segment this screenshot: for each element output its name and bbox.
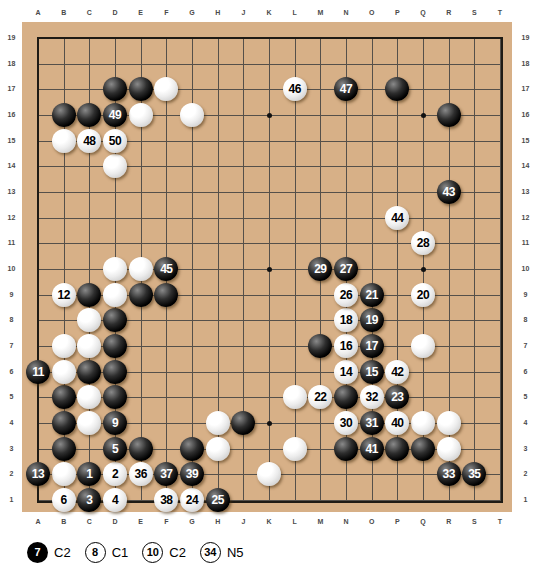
row-label-right: 5: [517, 392, 534, 402]
column-label-top: C: [79, 8, 99, 18]
column-label-top: K: [259, 8, 279, 18]
stone-black-G3: [180, 437, 204, 461]
stone-black-O7: 17: [360, 334, 384, 358]
column-label-top: A: [28, 8, 48, 18]
row-label-left: 1: [3, 495, 20, 505]
stone-black-F9: [154, 283, 178, 307]
column-label-top: D: [105, 8, 125, 18]
column-label-top: H: [208, 8, 228, 18]
row-label-left: 8: [3, 315, 20, 325]
legend-stone-white-34: 34: [200, 542, 221, 563]
row-label-right: 8: [517, 315, 534, 325]
row-label-left: 13: [3, 187, 20, 197]
row-label-right: 14: [517, 161, 534, 171]
column-label-bottom: B: [54, 517, 74, 527]
row-label-left: 16: [3, 110, 20, 120]
row-label-left: 11: [3, 238, 20, 248]
stone-black-B4: [52, 411, 76, 435]
row-label-left: 14: [3, 161, 20, 171]
stone-white-E16: [129, 103, 153, 127]
column-label-top: Q: [413, 8, 433, 18]
row-label-right: 17: [517, 84, 534, 94]
stone-white-D10: [103, 257, 127, 281]
stone-black-B3: [52, 437, 76, 461]
move-legend: 7C28C110C234N5: [27, 540, 258, 564]
column-label-bottom: D: [105, 517, 125, 527]
row-label-right: 7: [517, 341, 534, 351]
column-label-bottom: P: [387, 517, 407, 527]
row-label-left: 19: [3, 33, 20, 43]
row-label-right: 9: [517, 290, 534, 300]
row-label-right: 16: [517, 110, 534, 120]
column-label-bottom: L: [285, 517, 305, 527]
legend-point-text: C1: [112, 545, 129, 560]
row-label-right: 12: [517, 213, 534, 223]
stone-black-O3: 41: [360, 437, 384, 461]
stone-white-E2: 36: [129, 462, 153, 486]
stone-black-H1: 25: [206, 488, 230, 512]
stone-black-A6: 11: [26, 360, 50, 384]
column-label-bottom: N: [336, 517, 356, 527]
row-label-left: 9: [3, 290, 20, 300]
column-label-bottom: S: [464, 517, 484, 527]
row-label-right: 10: [517, 264, 534, 274]
column-label-bottom: T: [490, 517, 510, 527]
stone-white-Q4: [411, 411, 435, 435]
column-label-bottom: Q: [413, 517, 433, 527]
row-label-left: 18: [3, 59, 20, 69]
stone-black-B16: [52, 103, 76, 127]
stone-black-E3: [129, 437, 153, 461]
column-label-bottom: M: [310, 517, 330, 527]
column-label-bottom: F: [156, 517, 176, 527]
column-label-top: M: [310, 8, 330, 18]
stone-white-N9: 26: [334, 283, 358, 307]
legend-stone-white-8: 8: [85, 542, 106, 563]
stone-white-Q9: 20: [411, 283, 435, 307]
stone-black-E17: [129, 77, 153, 101]
star-point: [267, 113, 272, 118]
stone-black-D6: [103, 360, 127, 384]
stone-black-R2: 33: [437, 462, 461, 486]
row-label-left: 12: [3, 213, 20, 223]
stone-black-O8: 19: [360, 308, 384, 332]
stone-white-F1: 38: [154, 488, 178, 512]
stone-black-O6: 15: [360, 360, 384, 384]
row-label-left: 15: [3, 136, 20, 146]
stone-black-N10: 27: [334, 257, 358, 281]
stone-white-D9: [103, 283, 127, 307]
stone-black-D7: [103, 334, 127, 358]
column-label-top: P: [387, 8, 407, 18]
column-label-bottom: A: [28, 517, 48, 527]
row-label-right: 2: [517, 469, 534, 479]
stone-white-G16: [180, 103, 204, 127]
star-point: [421, 267, 426, 272]
stone-black-E9: [129, 283, 153, 307]
column-label-bottom: J: [233, 517, 253, 527]
row-label-left: 2: [3, 469, 20, 479]
row-label-right: 4: [517, 418, 534, 428]
legend-point-text: C2: [169, 545, 186, 560]
stone-white-H4: [206, 411, 230, 435]
stone-white-D1: 4: [103, 488, 127, 512]
row-label-left: 6: [3, 367, 20, 377]
column-label-top: O: [362, 8, 382, 18]
legend-entry: 7C2: [27, 542, 85, 563]
stone-white-B7: [52, 334, 76, 358]
row-label-right: 13: [517, 187, 534, 197]
stone-black-O9: 21: [360, 283, 384, 307]
column-label-top: S: [464, 8, 484, 18]
column-label-bottom: C: [79, 517, 99, 527]
stone-black-Q3: [411, 437, 435, 461]
stone-white-B2: [52, 462, 76, 486]
go-diagram-page: 1234569111213141516171819202122232425262…: [0, 0, 540, 578]
stone-white-Q7: [411, 334, 435, 358]
row-label-right: 6: [517, 367, 534, 377]
stone-white-P12: 44: [385, 206, 409, 230]
legend-point-text: C2: [54, 545, 71, 560]
column-label-top: J: [233, 8, 253, 18]
stone-white-L5: [283, 385, 307, 409]
stone-black-P3: [385, 437, 409, 461]
stone-white-E10: [129, 257, 153, 281]
row-label-left: 17: [3, 84, 20, 94]
legend-stone-white-10: 10: [142, 542, 163, 563]
stone-white-L17: 46: [283, 77, 307, 101]
stone-black-D16: 49: [103, 103, 127, 127]
star-point: [267, 267, 272, 272]
row-label-right: 18: [517, 59, 534, 69]
stone-black-D4: 9: [103, 411, 127, 435]
legend-entry: 8C1: [85, 542, 143, 563]
stone-white-L3: [283, 437, 307, 461]
row-label-left: 7: [3, 341, 20, 351]
row-label-right: 1: [517, 495, 534, 505]
row-label-left: 5: [3, 392, 20, 402]
stone-black-B5: [52, 385, 76, 409]
stone-black-C1: 3: [77, 488, 101, 512]
stone-white-O5: 32: [360, 385, 384, 409]
row-label-right: 15: [517, 136, 534, 146]
stone-black-D3: 5: [103, 437, 127, 461]
stone-white-R4: [437, 411, 461, 435]
stone-black-R13: 43: [437, 180, 461, 204]
row-label-left: 4: [3, 418, 20, 428]
legend-entry: 10C2: [142, 542, 200, 563]
column-label-top: R: [439, 8, 459, 18]
stone-white-B9: 12: [52, 283, 76, 307]
row-label-right: 11: [517, 238, 534, 248]
stone-black-C6: [77, 360, 101, 384]
stone-black-R16: [437, 103, 461, 127]
legend-entry: 34N5: [200, 542, 258, 563]
stone-white-N7: 16: [334, 334, 358, 358]
stone-white-G1: 24: [180, 488, 204, 512]
column-label-top: N: [336, 8, 356, 18]
go-board: 1234569111213141516171819202122232425262…: [22, 22, 512, 512]
row-label-left: 3: [3, 444, 20, 454]
column-label-bottom: O: [362, 517, 382, 527]
stone-black-O4: 31: [360, 411, 384, 435]
column-label-top: G: [182, 8, 202, 18]
legend-point-text: N5: [227, 545, 244, 560]
column-label-top: F: [156, 8, 176, 18]
star-point: [267, 421, 272, 426]
column-label-top: E: [131, 8, 151, 18]
stone-white-C15: 48: [77, 129, 101, 153]
stone-black-N3: [334, 437, 358, 461]
column-label-top: T: [490, 8, 510, 18]
star-point: [421, 113, 426, 118]
stone-white-R3: [437, 437, 461, 461]
stone-white-H3: [206, 437, 230, 461]
column-label-bottom: G: [182, 517, 202, 527]
stone-white-B15: [52, 129, 76, 153]
column-label-bottom: K: [259, 517, 279, 527]
stone-white-P6: 42: [385, 360, 409, 384]
stone-white-N6: 14: [334, 360, 358, 384]
stone-black-C9: [77, 283, 101, 307]
stone-white-B1: 6: [52, 488, 76, 512]
column-label-top: B: [54, 8, 74, 18]
row-label-right: 3: [517, 444, 534, 454]
column-label-bottom: R: [439, 517, 459, 527]
column-label-bottom: H: [208, 517, 228, 527]
legend-stone-black-7: 7: [27, 542, 48, 563]
stone-white-B6: [52, 360, 76, 384]
stone-white-N4: 30: [334, 411, 358, 435]
stone-white-D15: 50: [103, 129, 127, 153]
row-label-right: 19: [517, 33, 534, 43]
column-label-top: L: [285, 8, 305, 18]
column-label-bottom: E: [131, 517, 151, 527]
row-label-left: 10: [3, 264, 20, 274]
